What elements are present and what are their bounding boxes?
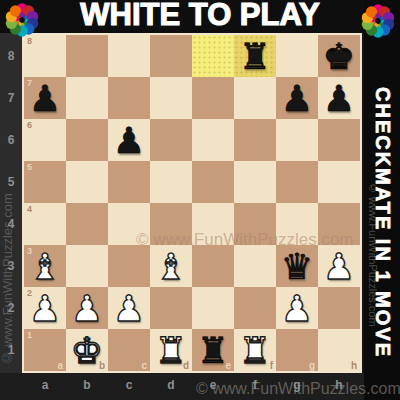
square-h1[interactable]: h xyxy=(318,329,360,371)
square-a4[interactable]: 4 xyxy=(24,203,66,245)
piece-white-rook: ♜ xyxy=(150,329,192,371)
square-a6[interactable]: 6 xyxy=(24,119,66,161)
rank-label-3: 3 xyxy=(0,245,22,287)
board: 8♜♚7♟♟♟6♟543♝♝♛♟2♟♟♟♟1ab♚cd♜e♜f♜gh xyxy=(24,35,360,371)
fun-with-puzzles-logo-icon xyxy=(2,0,42,40)
square-h4[interactable] xyxy=(318,203,360,245)
square-b1[interactable]: b♚ xyxy=(66,329,108,371)
file-label-c: c xyxy=(108,373,150,397)
square-e8[interactable] xyxy=(192,35,234,77)
square-c4[interactable] xyxy=(108,203,150,245)
square-rank-label: 5 xyxy=(27,162,32,172)
square-file-label: h xyxy=(351,360,357,371)
square-h8[interactable]: ♚ xyxy=(318,35,360,77)
square-a1[interactable]: 1a xyxy=(24,329,66,371)
piece-white-pawn: ♟ xyxy=(108,287,150,329)
file-label-b: b xyxy=(66,373,108,397)
piece-black-pawn: ♟ xyxy=(318,77,360,119)
square-g1[interactable]: g xyxy=(276,329,318,371)
file-labels: abcdefgh xyxy=(24,373,360,397)
square-f5[interactable] xyxy=(234,161,276,203)
square-rank-label: 6 xyxy=(27,120,32,130)
file-label-a: a xyxy=(24,373,66,397)
rank-label-5: 5 xyxy=(0,161,22,203)
square-a3[interactable]: 3♝ xyxy=(24,245,66,287)
square-c1[interactable]: c xyxy=(108,329,150,371)
square-g4[interactable] xyxy=(276,203,318,245)
piece-white-pawn: ♟ xyxy=(24,287,66,329)
square-h7[interactable]: ♟ xyxy=(318,77,360,119)
square-g3[interactable]: ♛ xyxy=(276,245,318,287)
square-d7[interactable] xyxy=(150,77,192,119)
square-d2[interactable] xyxy=(150,287,192,329)
square-b5[interactable] xyxy=(66,161,108,203)
rank-labels: 87654321 xyxy=(0,35,22,371)
square-rank-label: 1 xyxy=(27,330,32,340)
square-f3[interactable] xyxy=(234,245,276,287)
square-b8[interactable] xyxy=(66,35,108,77)
square-f8[interactable]: ♜ xyxy=(234,35,276,77)
square-file-label: g xyxy=(309,360,315,371)
rank-label-8: 8 xyxy=(0,35,22,77)
square-b2[interactable]: ♟ xyxy=(66,287,108,329)
square-c5[interactable] xyxy=(108,161,150,203)
square-c8[interactable] xyxy=(108,35,150,77)
fun-with-puzzles-logo-icon xyxy=(358,1,398,41)
rank-label-7: 7 xyxy=(0,77,22,119)
square-d1[interactable]: d♜ xyxy=(150,329,192,371)
square-h2[interactable] xyxy=(318,287,360,329)
square-b4[interactable] xyxy=(66,203,108,245)
file-label-g: g xyxy=(276,373,318,397)
piece-white-king: ♚ xyxy=(66,329,108,371)
square-g7[interactable]: ♟ xyxy=(276,77,318,119)
piece-black-king: ♚ xyxy=(318,35,360,77)
square-f2[interactable] xyxy=(234,287,276,329)
square-f6[interactable] xyxy=(234,119,276,161)
square-e5[interactable] xyxy=(192,161,234,203)
square-a2[interactable]: 2♟ xyxy=(24,287,66,329)
square-e4[interactable] xyxy=(192,203,234,245)
square-e7[interactable] xyxy=(192,77,234,119)
rank-label-6: 6 xyxy=(0,119,22,161)
square-c7[interactable] xyxy=(108,77,150,119)
puzzle-image: WHITE TO PLAY 87654321 abcdefgh CHECKMAT… xyxy=(0,0,400,400)
square-d4[interactable] xyxy=(150,203,192,245)
piece-white-bishop: ♝ xyxy=(150,245,192,287)
piece-white-pawn: ♟ xyxy=(318,245,360,287)
square-file-label: a xyxy=(57,360,63,371)
square-g2[interactable]: ♟ xyxy=(276,287,318,329)
square-d5[interactable] xyxy=(150,161,192,203)
square-e2[interactable] xyxy=(192,287,234,329)
file-label-h: h xyxy=(318,373,360,397)
square-f4[interactable] xyxy=(234,203,276,245)
piece-white-bishop: ♝ xyxy=(24,245,66,287)
square-e1[interactable]: e♜ xyxy=(192,329,234,371)
file-coordinates-strip: abcdefgh xyxy=(0,373,364,400)
piece-white-rook: ♜ xyxy=(234,329,276,371)
square-c2[interactable]: ♟ xyxy=(108,287,150,329)
square-c6[interactable]: ♟ xyxy=(108,119,150,161)
square-a8[interactable]: 8 xyxy=(24,35,66,77)
square-f7[interactable] xyxy=(234,77,276,119)
square-h6[interactable] xyxy=(318,119,360,161)
task-label: CHECKMATE IN 1 MOVE xyxy=(364,44,400,400)
square-a5[interactable]: 5 xyxy=(24,161,66,203)
rank-coordinates-strip: 87654321 xyxy=(0,33,22,374)
piece-black-rook: ♜ xyxy=(192,329,234,371)
piece-black-rook: ♜ xyxy=(234,35,276,77)
rank-label-1: 1 xyxy=(0,329,22,371)
rank-label-2: 2 xyxy=(0,287,22,329)
square-h5[interactable] xyxy=(318,161,360,203)
piece-black-pawn: ♟ xyxy=(276,77,318,119)
square-g5[interactable] xyxy=(276,161,318,203)
square-g6[interactable] xyxy=(276,119,318,161)
square-file-label: c xyxy=(141,360,147,371)
square-e3[interactable] xyxy=(192,245,234,287)
file-label-f: f xyxy=(234,373,276,397)
page-title: WHITE TO PLAY xyxy=(42,0,358,33)
square-rank-label: 4 xyxy=(27,204,32,214)
piece-black-pawn: ♟ xyxy=(24,77,66,119)
square-d3[interactable]: ♝ xyxy=(150,245,192,287)
square-h3[interactable]: ♟ xyxy=(318,245,360,287)
file-label-e: e xyxy=(192,373,234,397)
square-b6[interactable] xyxy=(66,119,108,161)
square-d6[interactable] xyxy=(150,119,192,161)
file-label-d: d xyxy=(150,373,192,397)
square-b7[interactable] xyxy=(66,77,108,119)
square-e6[interactable] xyxy=(192,119,234,161)
piece-white-pawn: ♟ xyxy=(276,287,318,329)
square-f1[interactable]: f♜ xyxy=(234,329,276,371)
square-a7[interactable]: 7♟ xyxy=(24,77,66,119)
piece-white-pawn: ♟ xyxy=(66,287,108,329)
board-frame: 8♜♚7♟♟♟6♟543♝♝♛♟2♟♟♟♟1ab♚cd♜e♜f♜gh © www… xyxy=(22,33,362,373)
rank-label-4: 4 xyxy=(0,203,22,245)
square-c3[interactable] xyxy=(108,245,150,287)
piece-black-queen: ♛ xyxy=(276,245,318,287)
square-b3[interactable] xyxy=(66,245,108,287)
square-d8[interactable] xyxy=(150,35,192,77)
piece-black-pawn: ♟ xyxy=(108,119,150,161)
square-g8[interactable] xyxy=(276,35,318,77)
